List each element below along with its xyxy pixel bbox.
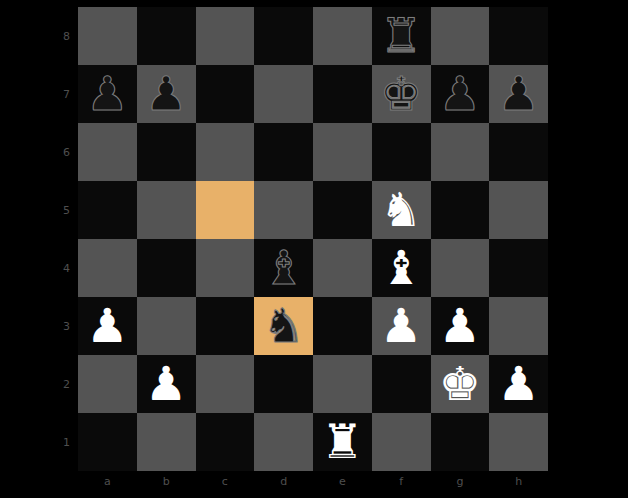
square-f5[interactable]: ♞ — [372, 181, 431, 239]
square-c7[interactable] — [196, 65, 255, 123]
chess-app: 87654321 ♜♟♟♚♟♟♞♝♝♟♞♟♟♟♚♟♜ abcdefgh — [0, 0, 628, 498]
square-d5[interactable] — [254, 181, 313, 239]
square-f7[interactable]: ♚ — [372, 65, 431, 123]
square-f1[interactable] — [372, 413, 431, 471]
black-rook[interactable]: ♜ — [380, 12, 422, 59]
square-b3[interactable] — [137, 297, 196, 355]
rank-label-2: 2 — [0, 355, 72, 413]
square-g3[interactable]: ♟ — [431, 297, 490, 355]
square-a2[interactable] — [78, 355, 137, 413]
square-h2[interactable]: ♟ — [489, 355, 548, 413]
black-pawn[interactable]: ♟ — [145, 70, 187, 117]
file-label-c: c — [196, 471, 255, 491]
square-a7[interactable]: ♟ — [78, 65, 137, 123]
square-g5[interactable] — [431, 181, 490, 239]
square-h5[interactable] — [489, 181, 548, 239]
white-pawn[interactable]: ♟ — [439, 302, 481, 349]
file-label-e: e — [313, 471, 372, 491]
black-pawn[interactable]: ♟ — [498, 70, 540, 117]
square-e2[interactable] — [313, 355, 372, 413]
square-b7[interactable]: ♟ — [137, 65, 196, 123]
square-c4[interactable] — [196, 239, 255, 297]
square-a5[interactable] — [78, 181, 137, 239]
square-d3[interactable]: ♞ — [254, 297, 313, 355]
file-labels: abcdefgh — [78, 471, 548, 491]
file-label-g: g — [431, 471, 490, 491]
file-label-h: h — [489, 471, 548, 491]
square-b2[interactable]: ♟ — [137, 355, 196, 413]
rank-label-6: 6 — [0, 123, 72, 181]
white-pawn[interactable]: ♟ — [380, 302, 422, 349]
square-c6[interactable] — [196, 123, 255, 181]
square-f4[interactable]: ♝ — [372, 239, 431, 297]
square-a3[interactable]: ♟ — [78, 297, 137, 355]
square-d1[interactable] — [254, 413, 313, 471]
black-bishop[interactable]: ♝ — [263, 244, 305, 291]
square-e8[interactable] — [313, 7, 372, 65]
square-g1[interactable] — [431, 413, 490, 471]
square-c1[interactable] — [196, 413, 255, 471]
file-label-a: a — [78, 471, 137, 491]
square-f6[interactable] — [372, 123, 431, 181]
file-label-b: b — [137, 471, 196, 491]
square-g8[interactable] — [431, 7, 490, 65]
square-a6[interactable] — [78, 123, 137, 181]
square-e6[interactable] — [313, 123, 372, 181]
square-b5[interactable] — [137, 181, 196, 239]
square-h7[interactable]: ♟ — [489, 65, 548, 123]
square-a4[interactable] — [78, 239, 137, 297]
square-f3[interactable]: ♟ — [372, 297, 431, 355]
rank-label-1: 1 — [0, 413, 72, 471]
square-a8[interactable] — [78, 7, 137, 65]
square-e3[interactable] — [313, 297, 372, 355]
black-pawn[interactable]: ♟ — [439, 70, 481, 117]
white-rook[interactable]: ♜ — [321, 418, 363, 465]
white-pawn[interactable]: ♟ — [86, 302, 128, 349]
chess-board[interactable]: ♜♟♟♚♟♟♞♝♝♟♞♟♟♟♚♟♜ — [78, 7, 548, 471]
white-king[interactable]: ♚ — [439, 360, 481, 407]
square-f8[interactable]: ♜ — [372, 7, 431, 65]
square-d8[interactable] — [254, 7, 313, 65]
square-a1[interactable] — [78, 413, 137, 471]
square-e1[interactable]: ♜ — [313, 413, 372, 471]
square-g7[interactable]: ♟ — [431, 65, 490, 123]
square-b6[interactable] — [137, 123, 196, 181]
square-g6[interactable] — [431, 123, 490, 181]
white-bishop[interactable]: ♝ — [380, 244, 422, 291]
square-b8[interactable] — [137, 7, 196, 65]
white-knight[interactable]: ♞ — [380, 186, 422, 233]
rank-label-7: 7 — [0, 65, 72, 123]
white-pawn[interactable]: ♟ — [145, 360, 187, 407]
file-label-f: f — [372, 471, 431, 491]
square-b1[interactable] — [137, 413, 196, 471]
rank-labels: 87654321 — [0, 7, 72, 471]
black-knight[interactable]: ♞ — [263, 302, 305, 349]
rank-label-8: 8 — [0, 7, 72, 65]
square-h3[interactable] — [489, 297, 548, 355]
square-h6[interactable] — [489, 123, 548, 181]
square-h4[interactable] — [489, 239, 548, 297]
square-d2[interactable] — [254, 355, 313, 413]
rank-label-3: 3 — [0, 297, 72, 355]
black-pawn[interactable]: ♟ — [86, 70, 128, 117]
square-e4[interactable] — [313, 239, 372, 297]
black-king[interactable]: ♚ — [380, 70, 422, 117]
square-d7[interactable] — [254, 65, 313, 123]
square-h8[interactable] — [489, 7, 548, 65]
white-pawn[interactable]: ♟ — [498, 360, 540, 407]
square-g2[interactable]: ♚ — [431, 355, 490, 413]
square-d6[interactable] — [254, 123, 313, 181]
square-c8[interactable] — [196, 7, 255, 65]
square-g4[interactable] — [431, 239, 490, 297]
square-c2[interactable] — [196, 355, 255, 413]
square-h1[interactable] — [489, 413, 548, 471]
square-c3[interactable] — [196, 297, 255, 355]
square-b4[interactable] — [137, 239, 196, 297]
square-f2[interactable] — [372, 355, 431, 413]
rank-label-5: 5 — [0, 181, 72, 239]
square-d4[interactable]: ♝ — [254, 239, 313, 297]
rank-label-4: 4 — [0, 239, 72, 297]
file-label-d: d — [254, 471, 313, 491]
square-e5[interactable] — [313, 181, 372, 239]
square-c5[interactable] — [196, 181, 255, 239]
square-e7[interactable] — [313, 65, 372, 123]
